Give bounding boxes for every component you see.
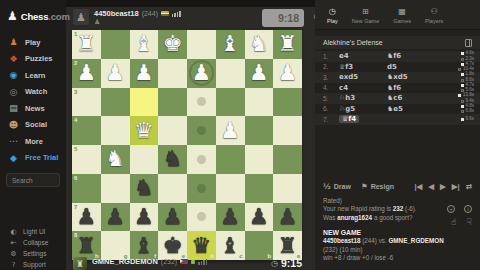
clock-icon: ◷ [271,259,278,268]
square-a3[interactable] [273,88,302,117]
square-b3[interactable] [245,88,274,117]
sidebar-item-news[interactable]: ▤News [0,100,66,117]
sidebar: ♟ Chess.com ♟Play❖Puzzles◉Learn◎Watch▤Ne… [0,0,66,270]
square-f3[interactable] [130,88,159,117]
black-piece-p[interactable]: ♟ [278,206,298,228]
chesscom-logo[interactable]: ♟ Chess.com [0,0,66,29]
tab-icon: ⊞ [362,8,369,16]
square-a5[interactable] [273,145,302,174]
white-move[interactable]: ♕f4 [339,115,359,123]
logo-wordmark: Chess.com [21,11,70,22]
thumbs-down-icon[interactable]: ☟ [467,217,472,227]
square-h4[interactable]: 4 [72,116,101,145]
white-move[interactable]: ♘h3 [339,94,355,102]
opponent-rating: (244) [142,10,158,17]
white-move[interactable]: ♕f3 [339,63,353,71]
black-piece-q[interactable]: ♛ [192,235,212,257]
white-piece-b[interactable]: ♝ [220,33,240,55]
opponent-bar: ♟ 4450beast18 (244) ♟ [73,9,181,25]
player-clock: ◷ 9:15 [271,257,302,269]
move-number: 4. [323,84,339,91]
legal-move-hint [197,97,206,106]
legal-move-hint [197,155,206,164]
square-g7[interactable]: ♟ [101,203,130,232]
square-d2[interactable]: ♟ [187,59,216,88]
square-a4[interactable] [273,116,302,145]
white-piece-p[interactable]: ♟ [134,62,154,84]
black-piece-p[interactable]: ♟ [77,206,97,228]
square-f2[interactable]: ♟ [130,59,159,88]
sidebar-footer-settings[interactable]: ⚙Settings [0,248,66,259]
square-b8[interactable]: b [245,231,274,260]
rank-label: 5 [74,146,77,152]
legal-move-hint [197,184,206,193]
move-number: 7. [323,116,339,123]
tab-games[interactable]: ▦Games [393,8,411,24]
square-g2[interactable]: ♟ [101,59,130,88]
square-c1[interactable]: ♝ [216,30,245,59]
legal-move-hint [197,212,206,221]
black-move[interactable]: ♞c6 [387,94,402,102]
white-piece-p[interactable]: ♟ [105,62,125,84]
sidebar-footer: ◐Light UI⇤Collapse⚙Settings?Support [0,226,66,270]
move-number: 2. [323,63,339,70]
player-username[interactable]: GMNE_RGDEMON [92,257,158,266]
square-g4[interactable] [101,116,130,145]
new-game-title: NEW GAME [323,228,472,237]
square-h6[interactable]: 6 [72,174,101,203]
matchup-line2: (232) (10 min) [323,246,472,255]
tab-players[interactable]: ⚇Players [425,8,443,24]
opening-row[interactable]: Alekhine's Defense [315,36,480,49]
player-avatar[interactable]: ♜ [73,257,87,270]
square-c3[interactable] [216,88,245,117]
move-times: 9.6s [435,117,480,122]
connection-bars-icon [198,259,207,265]
square-a1[interactable]: ♜ [273,30,302,59]
captured-pieces-tray: ♟ [94,19,181,25]
move-row: 7.♕f49.6s [315,114,480,125]
sidebar-item-watch[interactable]: ◎Watch [0,84,66,101]
sidebar-item-puzzles[interactable]: ❖Puzzles [0,51,66,68]
move-row: 1.e4♞f64.6s2.3s [315,51,480,62]
news-icon: ▤ [8,103,19,113]
square-d7[interactable] [187,203,216,232]
white-piece-r[interactable]: ♜ [77,33,97,55]
square-a8[interactable]: a♜ [273,231,302,260]
square-c7[interactable]: ♟ [216,203,245,232]
white-piece-q[interactable]: ♛ [134,120,154,142]
philippines-flag-icon [180,259,188,265]
opponent-username[interactable]: 4450beast18 [94,9,139,18]
square-a2[interactable]: ♟ [273,59,302,88]
black-piece-k[interactable]: ♚ [163,235,183,257]
square-b6[interactable] [245,174,274,203]
learn-icon: ◉ [8,70,19,80]
white-piece-n[interactable]: ♞ [105,148,125,170]
white-piece-k[interactable]: ♚ [163,33,183,55]
diamond-icon: ◆ [8,153,19,163]
square-e5[interactable]: ♞ [158,145,187,174]
black-move[interactable]: ♞e5 [387,105,403,113]
move-row: 3.exd5♞xd51.8s8.6s [315,72,480,83]
opening-book-icon [465,39,472,47]
settings-icon: ⚙ [9,250,18,258]
white-piece-p[interactable]: ♟ [77,62,97,84]
white-move[interactable]: c4 [339,84,348,92]
move-row: 2.♕f3d54.7s10.4s [315,62,480,73]
move-number: 1. [323,53,339,60]
collapse-icon: ⇤ [9,239,18,247]
white-piece-n[interactable]: ♞ [249,33,269,55]
move-list: 1.e4♞f64.6s2.3s2.♕f3d54.7s10.4s3.exd5♞xd… [315,51,480,125]
square-c4[interactable]: ♟ [216,116,245,145]
sidebar-nav: ♟Play❖Puzzles◉Learn◎Watch▤News☻Social⋯Mo… [0,34,66,150]
resign-button[interactable]: ⚑ Resign [361,182,394,191]
move-times: 4.7s5.6s [435,83,480,93]
square-e8[interactable]: e♚ [158,231,187,260]
pawn-icon: ♟ [8,37,19,47]
black-move[interactable]: d5 [387,63,397,71]
game-controls: ½ Draw ⚑ Resign |◀ ◀ ▶ ▶| ⇄ [315,181,480,193]
rank-label: 3 [74,89,77,95]
ellipsis-icon: ⋯ [8,136,19,146]
white-piece-p[interactable]: ♟ [278,62,298,84]
flag-icon: ⚑ [361,182,368,191]
black-piece-b[interactable]: ♝ [220,235,240,257]
move-times: 13.8s9.4s [435,93,480,103]
black-piece-r[interactable]: ♜ [77,235,97,257]
black-piece-p[interactable]: ♟ [249,206,269,228]
square-g8[interactable]: g [101,231,130,260]
info-icon[interactable]: i [464,205,472,213]
square-c2[interactable] [216,59,245,88]
opponent-clock: 9:18 [262,9,304,27]
square-g5[interactable]: ♞ [101,145,130,174]
rank-label: 4 [74,117,77,123]
binoculars-icon: ◎ [8,87,19,97]
square-d5[interactable] [187,145,216,174]
sidebar-footer-light-ui[interactable]: ◐Light UI [0,226,66,237]
square-h2[interactable]: 2♟ [72,59,101,88]
square-f6[interactable]: ♞ [130,174,159,203]
sidebar-footer-collapse[interactable]: ⇤Collapse [0,237,66,248]
square-b2[interactable]: ♟ [245,59,274,88]
black-piece-n[interactable]: ♞ [163,148,183,170]
square-b1[interactable]: ♞ [245,30,274,59]
square-e3[interactable] [158,88,187,117]
black-piece-n[interactable]: ♞ [134,177,154,199]
square-a6[interactable] [273,174,302,203]
move-row: 5.♘h3♞c613.8s9.4s [315,93,480,104]
black-move[interactable]: ♞f6 [387,84,401,92]
square-e4[interactable] [158,116,187,145]
sidebar-item-learn[interactable]: ◉Learn [0,67,66,84]
move-number: 6. [323,105,339,112]
flip-board-button[interactable]: ⇄ [466,182,472,191]
online-indicator [191,260,195,264]
square-d3[interactable] [187,88,216,117]
square-g3[interactable] [101,88,130,117]
square-f7[interactable]: ♟ [130,203,159,232]
connection-bars-icon [172,11,181,17]
chess-board: 1♜♝♚♝♞♜2♟♟♟♟♟♟34♛♟5♞♞6♞7♟♟♟♟♟♟♟8h♜gf♝e♚d… [72,30,302,260]
sidebar-item-play[interactable]: ♟Play [0,34,66,51]
white-piece-r[interactable]: ♜ [278,33,298,55]
side-panel: ◷Play⊞New Game▦Games⚇Players Alekhine's … [315,0,480,270]
legal-move-hint [197,126,206,135]
move-times: 4.6s2.3s [435,51,480,61]
square-h3[interactable]: 3 [72,88,101,117]
move-nav-buttons: |◀ ◀ ▶ ▶| ⇄ [414,182,472,191]
square-c8[interactable]: c♝ [216,231,245,260]
square-f8[interactable]: f♝ [130,231,159,260]
sidebar-item-social[interactable]: ☻Social [0,117,66,134]
move-times: 1.8s8.6s [435,72,480,82]
black-move[interactable]: ♞f6 [387,52,401,60]
tab-icon: ⚇ [431,8,438,16]
game-area: ♟ 4450beast18 (244) ♟ 9:18 ⚙ 1♜♝♚♝♞♜2♟♟♟… [66,0,315,270]
white-move[interactable]: e4 [339,52,349,60]
white-piece-p[interactable]: ♟ [220,120,240,142]
square-e1[interactable]: ♚ [158,30,187,59]
puzzle-icon: ❖ [8,54,19,64]
free-trial-label: Free Trial [25,153,58,162]
square-b7[interactable]: ♟ [245,203,274,232]
black-piece-r[interactable]: ♜ [278,235,298,257]
tab-new-game[interactable]: ⊞New Game [352,8,380,24]
tab-play[interactable]: ◷Play [327,8,338,24]
move-times: 4.7s10.4s [435,62,480,72]
sidebar-spacer [0,187,66,226]
thumbs-up-icon[interactable]: ☝ [451,217,456,227]
square-e2[interactable] [158,59,187,88]
square-c5[interactable] [216,145,245,174]
tab-icon: ◷ [329,8,336,16]
square-h1[interactable]: 1♜ [72,30,101,59]
chesscom-app: ♟ Chess.com ♟Play❖Puzzles◉Learn◎Watch▤Ne… [0,0,480,270]
square-d8[interactable]: d♛ [187,231,216,260]
next-move-button[interactable]: ▶ [440,182,446,191]
black-piece-p[interactable]: ♟ [163,206,183,228]
game-over-info: Rated) Your new Rapid rating is 232 (-6)… [315,193,480,263]
support-icon: ? [9,261,18,269]
opening-name: Alekhine's Defense [323,39,383,46]
rank-label: 6 [74,175,77,181]
move-times: 4.8s6.8s [435,104,480,114]
half-point-icon: ½ [323,182,331,191]
player-bar: ♜ GMNE_RGDEMON (232) [73,257,207,270]
square-g1[interactable] [101,30,130,59]
sidebar-item-more[interactable]: ⋯More [0,133,66,150]
light-ui-icon: ◐ [9,228,18,236]
white-move[interactable]: ♘g5 [339,105,355,113]
last-move-button[interactable]: ▶| [452,182,460,191]
india-flag-icon [161,11,169,17]
black-piece-p[interactable]: ♟ [220,206,240,228]
first-move-button[interactable]: |◀ [414,182,422,191]
square-d6[interactable] [187,174,216,203]
prev-move-button[interactable]: ◀ [428,182,434,191]
good-sport-text: Was anurag1624 a good sport? [323,214,472,223]
square-c6[interactable] [216,174,245,203]
square-h5[interactable]: 5 [72,145,101,174]
square-g6[interactable] [101,174,130,203]
move-row: 6.♘g5♞e54.8s6.8s [315,104,480,115]
square-b4[interactable] [245,116,274,145]
search-input[interactable]: Search [6,173,60,187]
square-f1[interactable]: ♝ [130,30,159,59]
square-d4[interactable] [187,116,216,145]
white-piece-p[interactable]: ♟ [249,62,269,84]
square-h8[interactable]: 8h♜ [72,231,101,260]
square-e7[interactable]: ♟ [158,203,187,232]
black-piece-p[interactable]: ♟ [134,206,154,228]
challenge-icon[interactable]: + [447,205,455,213]
opponent-avatar[interactable]: ♟ [73,9,89,25]
move-number: 3. [323,74,339,81]
stakes-line: win +8 / draw +0 / lose -6 [323,254,472,263]
move-number: 5. [323,95,339,102]
white-piece-b[interactable]: ♝ [134,33,154,55]
black-move[interactable]: ♞xd5 [387,73,408,81]
square-f4[interactable]: ♛ [130,116,159,145]
panel-tabbar: ◷Play⊞New Game▦Games⚇Players [315,0,480,30]
person-icon: ☻ [8,120,19,130]
white-move[interactable]: exd5 [339,73,358,81]
logo-pawn-icon: ♟ [7,9,18,23]
top-strip [66,0,315,7]
square-a7[interactable]: ♟ [273,203,302,232]
black-piece-b[interactable]: ♝ [134,235,154,257]
black-piece-p[interactable]: ♟ [105,206,125,228]
sidebar-item-free-trial[interactable]: ◆ Free Trial [0,150,66,167]
square-h7[interactable]: 7♟ [72,203,101,232]
square-e6[interactable] [158,174,187,203]
square-b5[interactable] [245,145,274,174]
player-rating: (232) [161,258,177,265]
square-d1[interactable] [187,30,216,59]
move-row: 4.c4♞f64.7s5.6s [315,83,480,94]
tab-icon: ▦ [398,8,406,16]
draw-button[interactable]: ½ Draw [323,182,351,191]
white-piece-p[interactable]: ♟ [192,62,212,84]
matchup-line: 4450beast18 (244) vs. GMNE_RGDEMON [323,237,472,246]
square-f5[interactable] [130,145,159,174]
sidebar-footer-support[interactable]: ?Support [0,259,66,270]
